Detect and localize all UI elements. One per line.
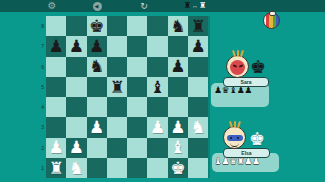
square-g2[interactable]: ♝ [168,138,188,158]
square-h1[interactable] [188,158,208,178]
rank-labels: 87654321 [34,16,44,178]
smile [230,142,239,147]
back-button[interactable]: ◀ [91,0,103,12]
avatar-sara [226,55,249,78]
striped-ball-badge-icon[interactable] [263,12,280,29]
square-d6[interactable] [107,57,127,77]
square-c3[interactable]: ♟ [87,117,107,137]
square-h4[interactable] [188,97,208,117]
square-d5[interactable]: ♜ [107,77,127,97]
rank-label-5: 5 [34,77,44,97]
back-circle: ◀ [93,2,102,11]
square-e5[interactable] [127,77,147,97]
square-a6[interactable] [46,57,66,77]
square-c2[interactable] [87,138,107,158]
square-e1[interactable] [127,158,147,178]
square-g3[interactable]: ♟ [168,117,188,137]
top-bar: ⚙ ◀ ↻ ♜ ↔ ♜ [0,0,325,12]
piece-black-king[interactable]: ♚ [89,18,104,35]
piece-black-pawn[interactable]: ♟ [69,38,84,55]
eye-icon [238,64,242,67]
square-e6[interactable] [127,57,147,77]
swap-sides-button[interactable]: ♜ ↔ ♜ [181,0,209,12]
square-g8[interactable]: ♞ [168,16,188,36]
square-a3[interactable] [46,117,66,137]
square-f2[interactable] [147,138,167,158]
piece-white-king[interactable]: ♚ [170,160,185,177]
square-f3[interactable]: ♟ [147,117,167,137]
swap-white-rook-icon: ♜ [199,2,206,10]
square-b4[interactable] [66,97,86,117]
square-a1[interactable]: ♜ [46,158,66,178]
square-e3[interactable] [127,117,147,137]
piece-white-knight[interactable]: ♞ [69,160,84,177]
square-c7[interactable]: ♟ [87,36,107,56]
square-a7[interactable]: ♟ [46,36,66,56]
avatar-hair [237,50,239,57]
avatar-hair [231,50,235,57]
captured-pieces-sara: ♟♛♝♟♟ [214,86,252,95]
piece-black-bishop[interactable]: ♝ [150,79,165,96]
square-b2[interactable]: ♟ [66,138,86,158]
captured-bishop-icon: ♝ [214,156,222,166]
square-g5[interactable] [168,77,188,97]
square-a4[interactable] [46,97,66,117]
piece-black-pawn[interactable]: ♟ [191,38,206,55]
piece-black-rook[interactable]: ♜ [191,18,206,35]
piece-white-pawn[interactable]: ♟ [150,119,165,136]
avatar-hair [239,50,243,57]
chess-board: ♚♞♜♟♟♟♟♞♟♜♝♟♟♟♞♟♟♝♜♞♚ [46,16,208,178]
square-b1[interactable]: ♞ [66,158,86,178]
rank-label-1: 1 [34,158,44,178]
rank-label-7: 7 [34,36,44,56]
eye-icon [237,137,239,139]
swap-black-rook-icon: ♜ [184,2,191,10]
avatar-hair [228,121,232,128]
square-h5[interactable] [188,77,208,97]
captured-pieces-elsa: ♝♟♛♜♟♟ [214,157,259,166]
rank-label-2: 2 [34,138,44,158]
square-c4[interactable] [87,97,107,117]
swap-arrow-icon: ↔ [192,3,198,9]
rank-label-3: 3 [34,117,44,137]
rank-label-6: 6 [34,57,44,77]
captured-pawn-icon: ♟ [214,85,222,95]
piece-black-pawn[interactable]: ♟ [89,38,104,55]
square-d4[interactable] [107,97,127,117]
square-g7[interactable] [168,36,188,56]
player-name-elsa: Elsa [223,148,270,158]
square-h3[interactable]: ♞ [188,117,208,137]
square-e7[interactable] [127,36,147,56]
piece-black-pawn[interactable]: ♟ [170,58,185,75]
square-f1[interactable] [147,158,167,178]
square-f5[interactable]: ♝ [147,77,167,97]
black-king-side-icon: ♚ [250,58,266,76]
square-d3[interactable] [107,117,127,137]
restart-icon[interactable]: ↻ [138,0,150,12]
back-arrow-icon: ◀ [95,4,99,9]
avatar-hair [236,121,240,128]
square-b6[interactable] [66,57,86,77]
rank-label-4: 4 [34,97,44,117]
piece-black-knight[interactable]: ♞ [89,58,104,75]
square-f8[interactable] [147,16,167,36]
player-name-sara: Sara [223,77,269,87]
square-d7[interactable] [107,36,127,56]
chess-app: ⚙ ◀ ↻ ♜ ↔ ♜ 87654321 ♚♞♜♟♟♟♟♞♟♜♝♟♟♟♞♟♟♝♜… [0,0,325,182]
square-e8[interactable] [127,16,147,36]
eye-icon [232,64,236,67]
piece-white-bishop[interactable]: ♝ [170,139,185,156]
avatar-hair [234,121,236,128]
square-a5[interactable] [46,77,66,97]
square-d1[interactable] [107,158,127,178]
square-f6[interactable] [147,57,167,77]
piece-black-rook[interactable]: ♜ [109,79,124,96]
piece-white-pawn[interactable]: ♟ [69,139,84,156]
eye-icon [230,137,232,139]
square-e4[interactable] [127,97,147,117]
rank-label-8: 8 [34,16,44,36]
square-e2[interactable] [127,138,147,158]
square-b3[interactable] [66,117,86,137]
square-c5[interactable] [87,77,107,97]
square-b5[interactable] [66,77,86,97]
piece-black-knight[interactable]: ♞ [170,18,185,35]
piece-white-pawn[interactable]: ♟ [89,119,104,136]
piece-white-rook[interactable]: ♜ [49,160,64,177]
square-c1[interactable] [87,158,107,178]
square-a2[interactable]: ♟ [46,138,66,158]
piece-white-knight[interactable]: ♞ [191,119,206,136]
square-f4[interactable] [147,97,167,117]
settings-gear-icon[interactable]: ⚙ [46,0,58,12]
piece-white-pawn[interactable]: ♟ [170,119,185,136]
blue-mask [227,135,243,141]
square-d8[interactable] [107,16,127,36]
square-f7[interactable] [147,36,167,56]
avatar-elsa [223,126,246,149]
square-h7[interactable]: ♟ [188,36,208,56]
square-g6[interactable]: ♟ [168,57,188,77]
square-c8[interactable]: ♚ [87,16,107,36]
white-king-side-icon: ♚ [249,130,265,148]
square-h2[interactable] [188,138,208,158]
file-labels: abcdefgh [46,177,208,183]
square-a8[interactable] [46,16,66,36]
square-b7[interactable]: ♟ [66,36,86,56]
square-d2[interactable] [107,138,127,158]
angry-red-face [230,60,245,75]
piece-black-pawn[interactable]: ♟ [49,38,64,55]
square-b8[interactable] [66,16,86,36]
piece-white-pawn[interactable]: ♟ [49,139,64,156]
square-h6[interactable] [188,57,208,77]
square-h8[interactable]: ♜ [188,16,208,36]
square-c6[interactable]: ♞ [87,57,107,77]
square-g4[interactable] [168,97,188,117]
square-g1[interactable]: ♚ [168,158,188,178]
